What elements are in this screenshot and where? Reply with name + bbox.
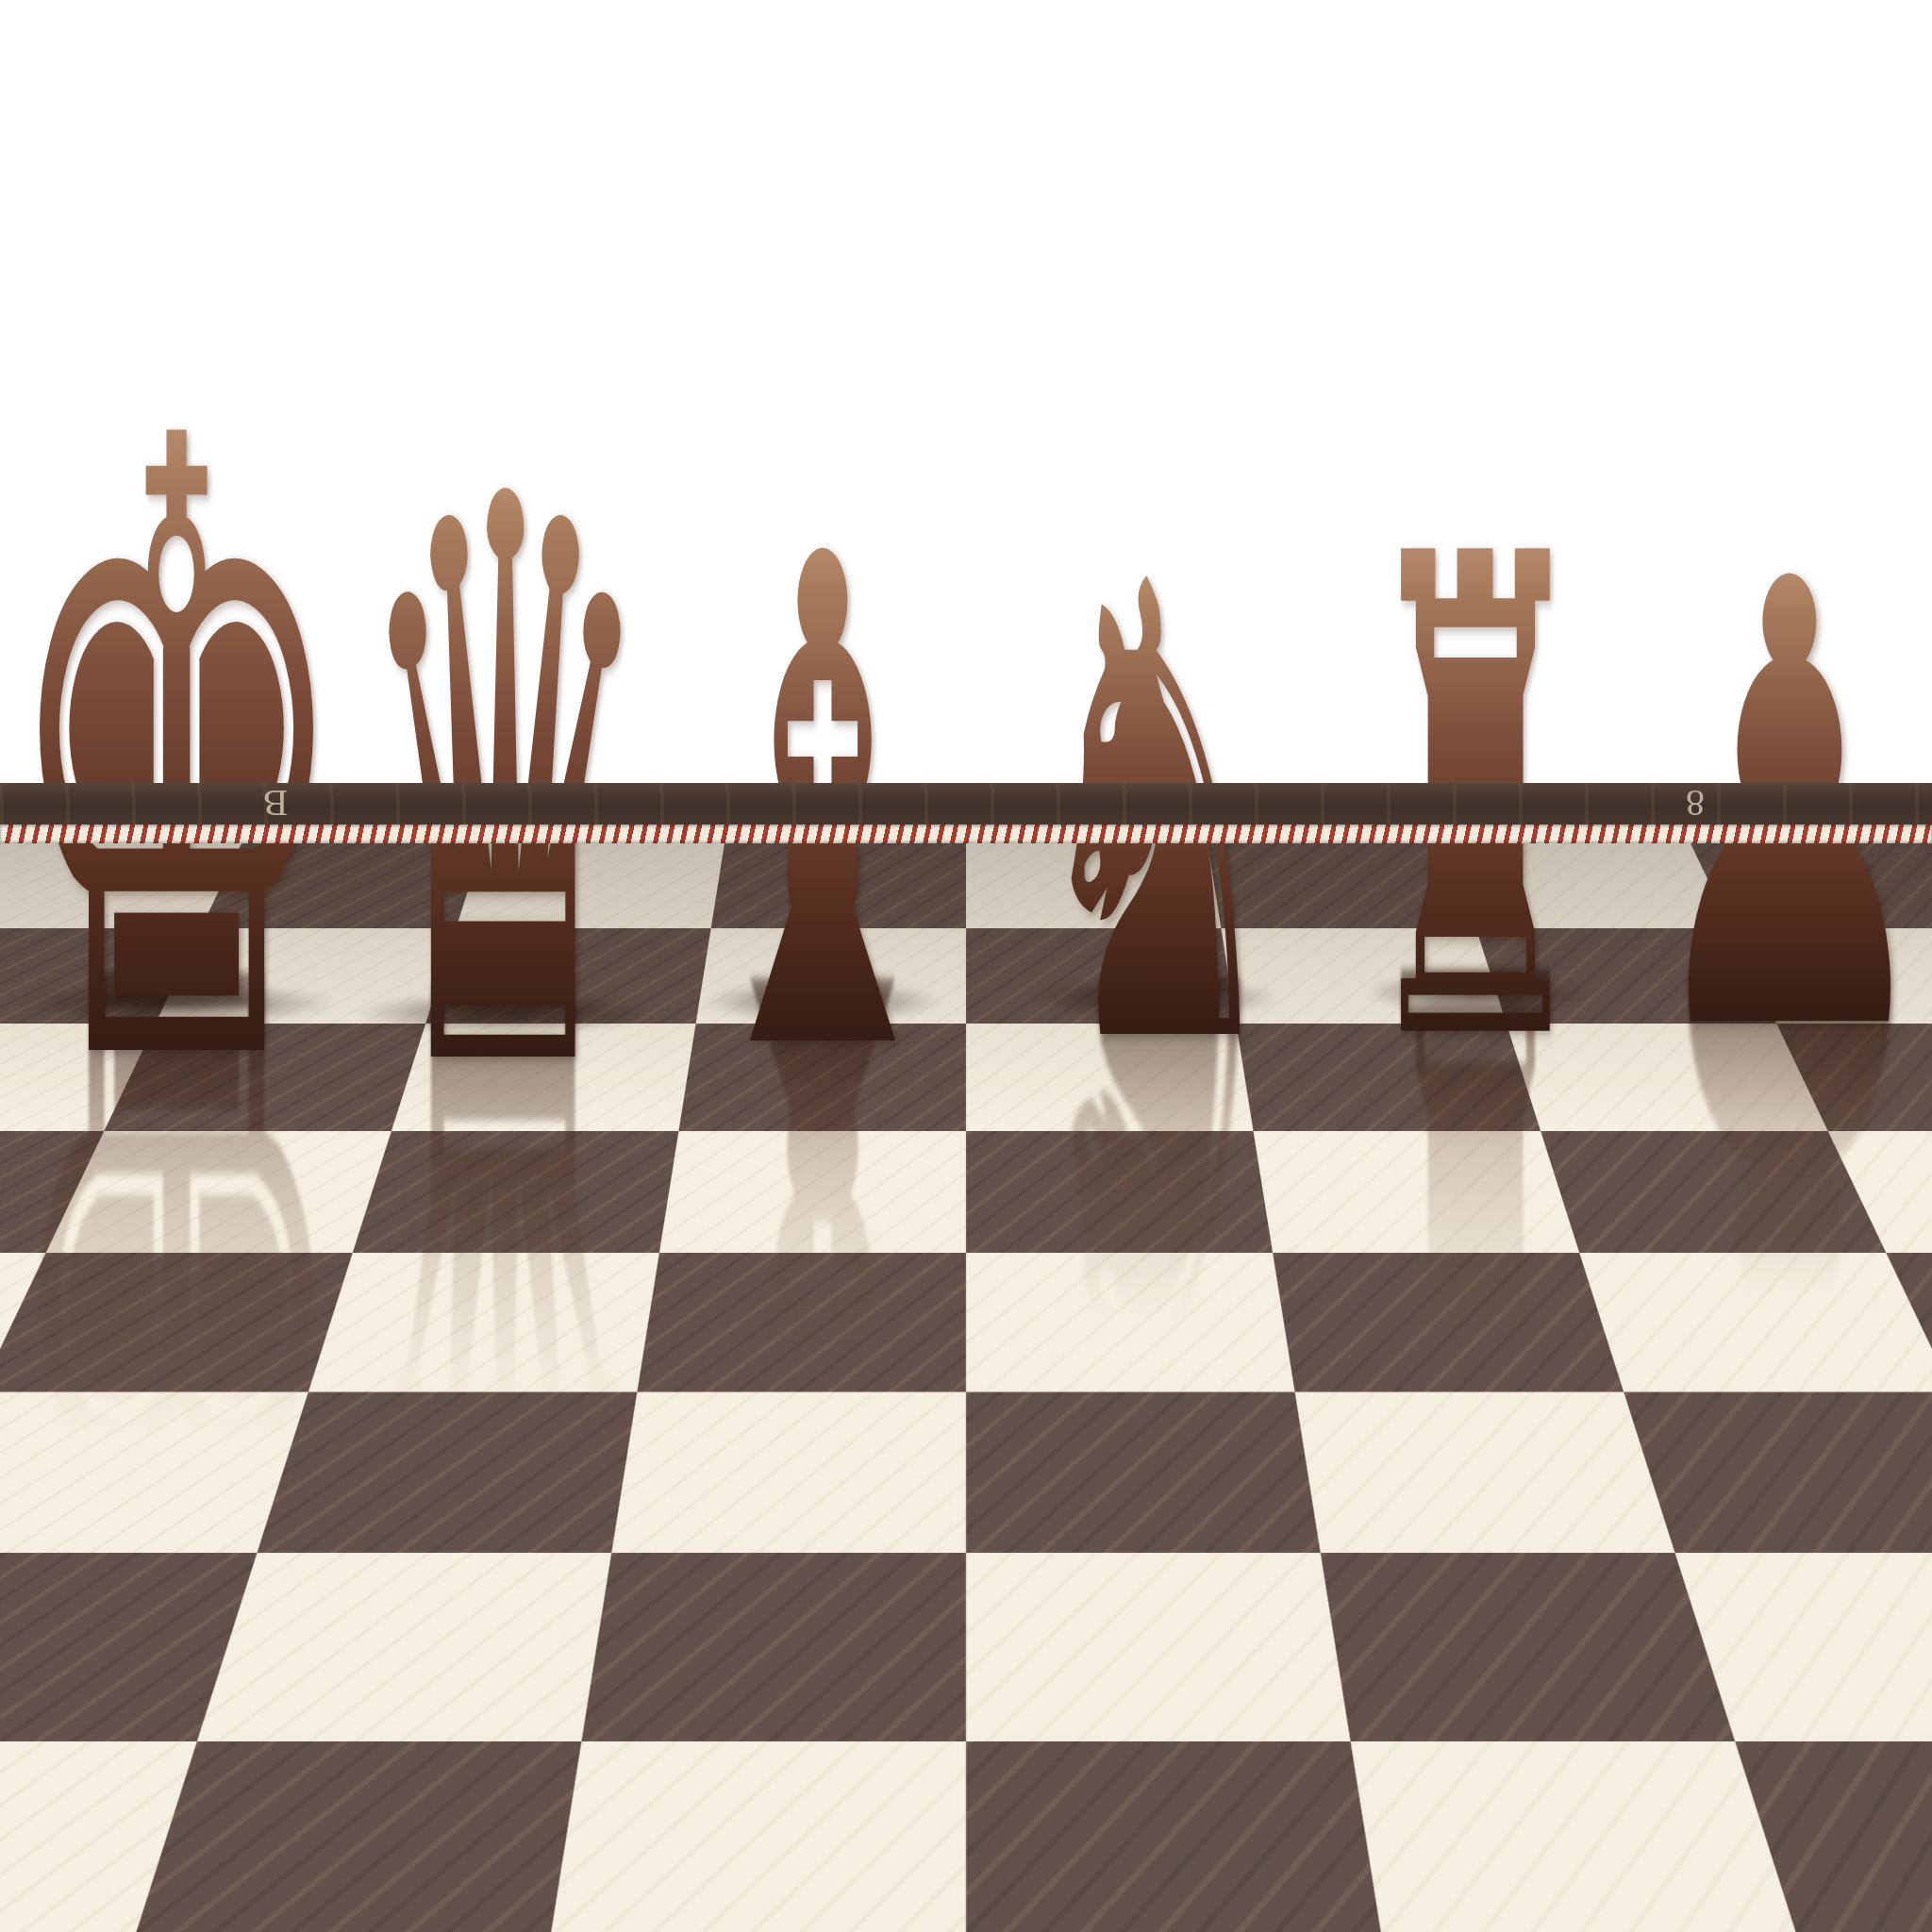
reflection-rook: ♜ (1357, 868, 1593, 1528)
reflection-queen: ♛ (351, 865, 658, 1643)
square-d6 (678, 1024, 966, 1131)
square-g3 (1624, 1392, 1932, 1554)
square-f6 (1236, 1024, 1541, 1131)
square-a6 (0, 1024, 156, 1131)
square-d5 (659, 1131, 966, 1253)
square-b1 (0, 1741, 197, 1932)
square-b6 (104, 1024, 425, 1131)
chess-board (0, 843, 1932, 1932)
square-b5 (46, 1131, 391, 1253)
contact-shadow-bishop (703, 980, 943, 1024)
square-d8 (711, 843, 966, 928)
square-a5 (0, 1131, 104, 1253)
square-a7 (0, 928, 201, 1024)
square-c2 (197, 1553, 611, 1741)
board-depth-shading (0, 843, 1932, 1126)
square-c1 (126, 1741, 582, 1932)
square-d7 (696, 928, 966, 1024)
square-h4 (1886, 1253, 1932, 1392)
square-h8 (1690, 843, 1932, 928)
square-a4 (0, 1253, 46, 1392)
square-f4 (1273, 1253, 1624, 1392)
square-c5 (353, 1131, 679, 1253)
square-c8 (456, 843, 724, 928)
contact-shadow-knight (1031, 976, 1281, 1020)
square-d3 (611, 1392, 966, 1554)
square-g4 (1579, 1253, 1932, 1392)
square-e2 (966, 1553, 1351, 1741)
square-c7 (425, 928, 711, 1024)
contact-shadow-queen (357, 991, 654, 1035)
square-h7 (1731, 928, 1932, 1024)
square-f3 (1295, 1392, 1675, 1554)
contact-shadow-rook (1365, 971, 1587, 1014)
square-d2 (581, 1553, 966, 1741)
reflection-pawn: ♟ (1639, 870, 1932, 1483)
square-e3 (966, 1392, 1321, 1554)
reflection-king: ♚ (1, 841, 351, 1690)
square-g8 (1449, 843, 1731, 928)
square-b8 (201, 843, 483, 928)
square-h5 (1828, 1131, 1932, 1253)
board-far-frame: B8 (0, 783, 1932, 824)
frame-coordinate-8: 8 (1667, 783, 1724, 824)
square-b2 (0, 1553, 257, 1741)
contact-shadow-pawn (1689, 963, 1891, 1007)
frame-coordinate-B: B (247, 783, 304, 824)
board-perspective-wrap (0, 0, 1932, 1932)
square-f8 (1207, 843, 1476, 928)
pieces-layer: ♚♚♛♛♝♝♞♞♜♜♟♟ (0, 0, 1932, 1932)
square-e4 (966, 1253, 1295, 1392)
square-d4 (637, 1253, 966, 1392)
square-c6 (391, 1024, 696, 1131)
square-e8 (966, 843, 1221, 928)
square-f5 (1254, 1131, 1580, 1253)
square-b4 (0, 1253, 353, 1392)
square-c4 (308, 1253, 659, 1392)
square-g1 (1735, 1741, 1932, 1932)
piece-king: ♚ (1, 332, 351, 1181)
square-e7 (966, 928, 1236, 1024)
square-f1 (1351, 1741, 1807, 1932)
square-g6 (1507, 1024, 1828, 1131)
reflection-bishop: ♝ (684, 874, 962, 1549)
square-c3 (257, 1392, 637, 1554)
square-f2 (1321, 1553, 1735, 1741)
rope-inlay-border (0, 824, 1932, 843)
square-g5 (1541, 1131, 1886, 1253)
chess-set-photo: ♚♚♛♛♝♝♞♞♜♜♟♟ B8 (0, 0, 1932, 1932)
square-h6 (1776, 1024, 1932, 1131)
square-d1 (546, 1741, 966, 1932)
reflection-knight: ♞ (1024, 880, 1288, 1507)
square-g2 (1675, 1553, 1932, 1741)
square-g7 (1476, 928, 1777, 1024)
square-e1 (966, 1741, 1386, 1932)
square-e6 (966, 1024, 1254, 1131)
square-f7 (1221, 928, 1507, 1024)
square-a8 (0, 843, 241, 928)
contact-shadow-king (16, 982, 337, 1025)
square-b7 (156, 928, 457, 1024)
square-e5 (966, 1131, 1273, 1253)
square-b3 (0, 1392, 308, 1554)
